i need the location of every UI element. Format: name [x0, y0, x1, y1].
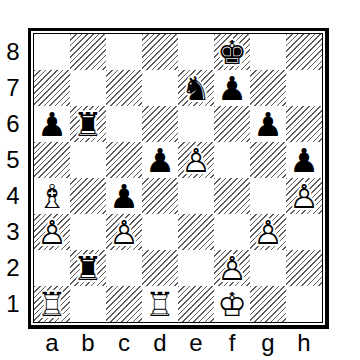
- square-f7[interactable]: ♟♟: [214, 70, 250, 106]
- piece-glyph: ♟: [142, 142, 178, 178]
- file-label-c: c: [106, 330, 142, 356]
- file-label-a: a: [34, 330, 70, 356]
- square-d7[interactable]: [142, 70, 178, 106]
- square-d2[interactable]: [142, 250, 178, 286]
- piece-glyph: ♜: [70, 250, 106, 286]
- square-d1[interactable]: ♜♖: [142, 286, 178, 322]
- square-c2[interactable]: [106, 250, 142, 286]
- square-f2[interactable]: ♟♙: [214, 250, 250, 286]
- rank-label-3: 3: [0, 214, 26, 250]
- square-a8[interactable]: [34, 34, 70, 70]
- square-g7[interactable]: [250, 70, 286, 106]
- square-h5[interactable]: ♟♟: [286, 142, 322, 178]
- square-c8[interactable]: [106, 34, 142, 70]
- piece-glyph: ♙: [106, 214, 142, 250]
- rank-label-4: 4: [0, 178, 26, 214]
- square-e3[interactable]: [178, 214, 214, 250]
- piece-glyph: ♟: [106, 178, 142, 214]
- square-e7[interactable]: ♞♞: [178, 70, 214, 106]
- rank-label-8: 8: [0, 34, 26, 70]
- white-pawn-a3[interactable]: ♟♙: [34, 214, 70, 250]
- black-pawn-g6[interactable]: ♟♟: [250, 106, 286, 142]
- piece-glyph: ♗: [34, 178, 70, 214]
- rank-label-5: 5: [0, 142, 26, 178]
- white-pawn-f2[interactable]: ♟♙: [214, 250, 250, 286]
- board-frame: ♚♚♞♞♟♟♟♟♜♜♟♟♟♟♟♙♟♟♝♗♟♟♟♙♟♙♟♙♟♙♜♜♟♙♜♖♜♖♚♔: [28, 28, 329, 329]
- rank-label-6: 6: [0, 106, 26, 142]
- square-f1[interactable]: ♚♔: [214, 286, 250, 322]
- black-king-f8[interactable]: ♚♚: [214, 34, 250, 70]
- square-a2[interactable]: [34, 250, 70, 286]
- piece-glyph: ♟: [34, 106, 70, 142]
- piece-glyph: ♚: [214, 34, 250, 70]
- square-a3[interactable]: ♟♙: [34, 214, 70, 250]
- white-king-f1[interactable]: ♚♔: [214, 286, 250, 322]
- square-c7[interactable]: [106, 70, 142, 106]
- piece-glyph: ♖: [34, 286, 70, 322]
- square-a7[interactable]: [34, 70, 70, 106]
- black-pawn-a6[interactable]: ♟♟: [34, 106, 70, 142]
- white-pawn-e5[interactable]: ♟♙: [178, 142, 214, 178]
- white-rook-a1[interactable]: ♜♖: [34, 286, 70, 322]
- square-g1[interactable]: [250, 286, 286, 322]
- square-d8[interactable]: [142, 34, 178, 70]
- file-label-e: e: [178, 330, 214, 356]
- piece-glyph: ♖: [142, 286, 178, 322]
- square-e8[interactable]: [178, 34, 214, 70]
- square-f4[interactable]: [214, 178, 250, 214]
- rank-label-7: 7: [0, 70, 26, 106]
- square-b7[interactable]: [70, 70, 106, 106]
- black-rook-b2[interactable]: ♜♜: [70, 250, 106, 286]
- square-b1[interactable]: [70, 286, 106, 322]
- square-h1[interactable]: [286, 286, 322, 322]
- black-pawn-h5[interactable]: ♟♟: [286, 142, 322, 178]
- rank-label-2: 2: [0, 250, 26, 286]
- file-label-f: f: [214, 330, 250, 356]
- square-b5[interactable]: [70, 142, 106, 178]
- file-label-h: h: [286, 330, 322, 356]
- square-g3[interactable]: ♟♙: [250, 214, 286, 250]
- square-g4[interactable]: [250, 178, 286, 214]
- black-pawn-f7[interactable]: ♟♟: [214, 70, 250, 106]
- square-g8[interactable]: [250, 34, 286, 70]
- piece-glyph: ♔: [214, 286, 250, 322]
- square-b3[interactable]: [70, 214, 106, 250]
- rank-label-1: 1: [0, 286, 26, 322]
- square-b6[interactable]: ♜♜: [70, 106, 106, 142]
- square-h3[interactable]: [286, 214, 322, 250]
- white-rook-d1[interactable]: ♜♖: [142, 286, 178, 322]
- black-pawn-c4[interactable]: ♟♟: [106, 178, 142, 214]
- square-f5[interactable]: [214, 142, 250, 178]
- piece-glyph: ♟: [250, 106, 286, 142]
- square-d6[interactable]: [142, 106, 178, 142]
- square-f6[interactable]: [214, 106, 250, 142]
- piece-glyph: ♙: [214, 250, 250, 286]
- square-f3[interactable]: [214, 214, 250, 250]
- square-c5[interactable]: [106, 142, 142, 178]
- square-g6[interactable]: ♟♟: [250, 106, 286, 142]
- square-e1[interactable]: [178, 286, 214, 322]
- square-e6[interactable]: [178, 106, 214, 142]
- white-bishop-a4[interactable]: ♝♗: [34, 178, 70, 214]
- piece-glyph: ♙: [178, 142, 214, 178]
- square-a6[interactable]: ♟♟: [34, 106, 70, 142]
- square-b2[interactable]: ♜♜: [70, 250, 106, 286]
- white-pawn-g3[interactable]: ♟♙: [250, 214, 286, 250]
- square-h6[interactable]: [286, 106, 322, 142]
- square-a1[interactable]: ♜♖: [34, 286, 70, 322]
- piece-glyph: ♟: [214, 70, 250, 106]
- square-b4[interactable]: [70, 178, 106, 214]
- square-h7[interactable]: [286, 70, 322, 106]
- square-e5[interactable]: ♟♙: [178, 142, 214, 178]
- square-c4[interactable]: ♟♟: [106, 178, 142, 214]
- square-g5[interactable]: [250, 142, 286, 178]
- rank-labels: 87654321: [0, 34, 26, 322]
- square-d4[interactable]: [142, 178, 178, 214]
- square-e2[interactable]: [178, 250, 214, 286]
- square-d5[interactable]: ♟♟: [142, 142, 178, 178]
- square-c1[interactable]: [106, 286, 142, 322]
- piece-glyph: ♙: [286, 178, 322, 214]
- file-label-b: b: [70, 330, 106, 356]
- black-rook-b6[interactable]: ♜♜: [70, 106, 106, 142]
- square-d3[interactable]: [142, 214, 178, 250]
- square-a5[interactable]: [34, 142, 70, 178]
- square-a4[interactable]: ♝♗: [34, 178, 70, 214]
- square-f8[interactable]: ♚♚: [214, 34, 250, 70]
- square-h8[interactable]: [286, 34, 322, 70]
- square-h4[interactable]: ♟♙: [286, 178, 322, 214]
- piece-glyph: ♟: [286, 142, 322, 178]
- white-pawn-c3[interactable]: ♟♙: [106, 214, 142, 250]
- square-g2[interactable]: [250, 250, 286, 286]
- piece-glyph: ♙: [250, 214, 286, 250]
- square-h2[interactable]: [286, 250, 322, 286]
- black-knight-e7[interactable]: ♞♞: [178, 70, 214, 106]
- file-label-g: g: [250, 330, 286, 356]
- file-label-d: d: [142, 330, 178, 356]
- piece-glyph: ♙: [34, 214, 70, 250]
- file-labels: abcdefgh: [34, 330, 322, 356]
- piece-glyph: ♜: [70, 106, 106, 142]
- board-grid: ♚♚♞♞♟♟♟♟♜♜♟♟♟♟♟♙♟♟♝♗♟♟♟♙♟♙♟♙♟♙♜♜♟♙♜♖♜♖♚♔: [34, 34, 322, 322]
- chess-diagram: 87654321 ♚♚♞♞♟♟♟♟♜♜♟♟♟♟♟♙♟♟♝♗♟♟♟♙♟♙♟♙♟♙♜…: [0, 0, 360, 360]
- piece-glyph: ♞: [178, 70, 214, 106]
- white-pawn-h4[interactable]: ♟♙: [286, 178, 322, 214]
- black-pawn-d5[interactable]: ♟♟: [142, 142, 178, 178]
- square-b8[interactable]: [70, 34, 106, 70]
- board-inner-border: ♚♚♞♞♟♟♟♟♜♜♟♟♟♟♟♙♟♟♝♗♟♟♟♙♟♙♟♙♟♙♜♜♟♙♜♖♜♖♚♔: [33, 33, 323, 323]
- square-c6[interactable]: [106, 106, 142, 142]
- square-e4[interactable]: [178, 178, 214, 214]
- square-c3[interactable]: ♟♙: [106, 214, 142, 250]
